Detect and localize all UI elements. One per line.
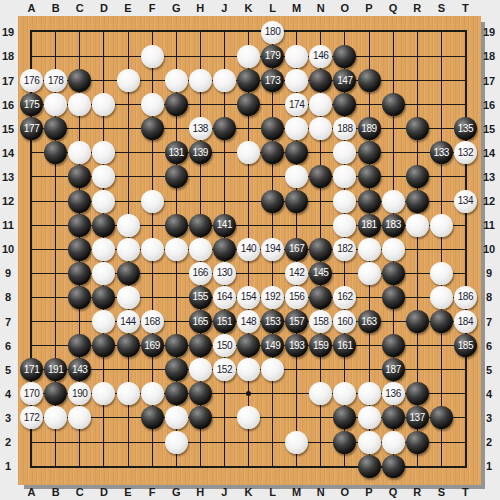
column-label-top-L: L xyxy=(269,2,276,14)
move-number: 148 xyxy=(241,317,257,327)
move-number: 177 xyxy=(24,124,40,134)
move-number: 140 xyxy=(241,244,257,254)
row-label-left-11: 11 xyxy=(2,219,14,231)
move-number: 143 xyxy=(72,365,88,375)
row-label-right-6: 6 xyxy=(486,340,492,352)
row-label-left-13: 13 xyxy=(2,171,14,183)
column-label-bottom-P: P xyxy=(365,486,372,498)
move-number: 194 xyxy=(265,244,281,254)
column-label-top-G: G xyxy=(172,2,181,14)
move-number: 165 xyxy=(193,317,209,327)
row-label-right-7: 7 xyxy=(486,316,492,328)
stone-black-R7[interactable] xyxy=(406,310,429,333)
stone-black-M12[interactable] xyxy=(285,190,308,213)
stone-black-R13[interactable] xyxy=(406,165,429,188)
stone-black-Q5[interactable]: 187 xyxy=(382,358,405,381)
stone-black-Q6[interactable] xyxy=(382,334,405,357)
row-label-right-5: 5 xyxy=(486,364,492,376)
row-label-right-15: 15 xyxy=(483,123,495,135)
move-number: 179 xyxy=(265,51,281,61)
stone-black-P14[interactable] xyxy=(358,141,381,164)
column-label-bottom-D: D xyxy=(100,486,108,498)
row-label-right-13: 13 xyxy=(483,171,495,183)
move-number: 154 xyxy=(241,292,257,302)
stone-black-J15[interactable] xyxy=(213,117,236,140)
stone-black-J11[interactable]: 141 xyxy=(213,214,236,237)
row-label-right-8: 8 xyxy=(486,291,492,303)
move-number: 153 xyxy=(265,317,281,327)
stone-white-J9[interactable]: 130 xyxy=(213,262,236,285)
move-number: 155 xyxy=(193,292,209,302)
stone-white-K8[interactable]: 154 xyxy=(237,286,260,309)
stone-white-D12[interactable] xyxy=(92,190,115,213)
stone-white-K18[interactable] xyxy=(237,45,260,68)
move-number: 150 xyxy=(217,341,233,351)
stone-black-J10[interactable] xyxy=(213,238,236,261)
goban[interactable]: 1801791461761781731471751741771381881891… xyxy=(18,16,481,485)
stone-black-G11[interactable] xyxy=(165,214,188,237)
move-number: 162 xyxy=(337,292,353,302)
stone-white-T12[interactable]: 134 xyxy=(454,190,477,213)
move-number: 136 xyxy=(385,389,401,399)
row-label-left-19: 19 xyxy=(2,26,14,38)
row-label-left-18: 18 xyxy=(2,50,14,62)
stone-white-G3[interactable] xyxy=(165,406,188,429)
stone-white-G17[interactable] xyxy=(165,69,188,92)
row-label-right-17: 17 xyxy=(483,75,495,87)
stone-black-H6[interactable] xyxy=(189,334,212,357)
stone-black-F15[interactable] xyxy=(141,117,164,140)
move-number: 170 xyxy=(24,389,40,399)
column-label-top-A: A xyxy=(28,2,36,14)
move-number: 137 xyxy=(409,413,425,423)
row-label-right-10: 10 xyxy=(483,243,495,255)
stone-white-Q4[interactable]: 136 xyxy=(382,382,405,405)
row-label-right-14: 14 xyxy=(483,147,495,159)
stone-white-T7[interactable]: 184 xyxy=(454,310,477,333)
stone-white-O12[interactable] xyxy=(333,190,356,213)
move-number: 180 xyxy=(265,27,281,37)
move-number: 182 xyxy=(337,244,353,254)
move-number: 166 xyxy=(193,268,209,278)
stone-black-C11[interactable] xyxy=(68,214,91,237)
stone-white-S8[interactable] xyxy=(430,286,453,309)
stone-white-F18[interactable] xyxy=(141,45,164,68)
move-number: 176 xyxy=(24,76,40,86)
stone-black-G14[interactable]: 131 xyxy=(165,141,188,164)
stone-white-L8[interactable]: 192 xyxy=(261,286,284,309)
move-number: 192 xyxy=(265,292,281,302)
stone-white-J6[interactable]: 150 xyxy=(213,334,236,357)
stone-white-P2[interactable] xyxy=(358,431,381,454)
row-label-right-12: 12 xyxy=(483,195,495,207)
stone-white-E8[interactable] xyxy=(117,286,140,309)
stone-white-Q10[interactable] xyxy=(382,238,405,261)
move-number: 132 xyxy=(458,148,474,158)
stone-white-K10[interactable]: 140 xyxy=(237,238,260,261)
column-label-top-R: R xyxy=(413,2,421,14)
row-label-left-4: 4 xyxy=(5,388,11,400)
column-label-bottom-B: B xyxy=(52,486,60,498)
stone-black-F6[interactable]: 169 xyxy=(141,334,164,357)
stone-black-Q16[interactable] xyxy=(382,93,405,116)
column-label-top-P: P xyxy=(365,2,372,14)
stone-white-F4[interactable] xyxy=(141,382,164,405)
row-label-left-15: 15 xyxy=(2,123,14,135)
stone-black-P7[interactable]: 163 xyxy=(358,310,381,333)
row-label-left-1: 1 xyxy=(5,460,11,472)
stone-black-R12[interactable] xyxy=(406,190,429,213)
move-number: 144 xyxy=(120,317,136,327)
column-label-bottom-T: T xyxy=(462,486,469,498)
stone-white-S9[interactable] xyxy=(430,262,453,285)
column-label-top-H: H xyxy=(196,2,204,14)
row-label-left-9: 9 xyxy=(5,267,11,279)
column-label-top-K: K xyxy=(245,2,253,14)
move-number: 161 xyxy=(337,341,353,351)
stone-white-Q2[interactable] xyxy=(382,431,405,454)
stone-white-S11[interactable] xyxy=(430,214,453,237)
move-number: 149 xyxy=(265,341,281,351)
stone-white-T14[interactable]: 132 xyxy=(454,141,477,164)
move-number: 173 xyxy=(265,76,281,86)
row-label-left-5: 5 xyxy=(5,364,11,376)
move-number: 183 xyxy=(385,220,401,230)
move-number: 160 xyxy=(337,317,353,327)
column-label-top-S: S xyxy=(438,2,445,14)
move-number: 135 xyxy=(458,124,474,134)
column-label-bottom-L: L xyxy=(269,486,276,498)
row-label-left-16: 16 xyxy=(2,99,14,111)
column-label-bottom-K: K xyxy=(245,486,253,498)
move-number: 151 xyxy=(217,317,233,327)
row-label-right-4: 4 xyxy=(486,388,492,400)
stone-white-H9[interactable]: 166 xyxy=(189,262,212,285)
move-number: 187 xyxy=(385,365,401,375)
move-number: 134 xyxy=(458,196,474,206)
stone-black-L12[interactable] xyxy=(261,190,284,213)
move-number: 184 xyxy=(458,317,474,327)
column-label-bottom-J: J xyxy=(221,486,227,498)
move-number: 159 xyxy=(313,341,329,351)
stone-white-K7[interactable]: 148 xyxy=(237,310,260,333)
stone-black-R3[interactable]: 137 xyxy=(406,406,429,429)
stone-black-G4[interactable] xyxy=(165,382,188,405)
column-label-bottom-A: A xyxy=(28,486,36,498)
stone-white-E7[interactable]: 144 xyxy=(117,310,140,333)
move-number: 188 xyxy=(337,124,353,134)
row-label-left-3: 3 xyxy=(5,412,11,424)
move-number: 168 xyxy=(144,317,160,327)
row-label-left-10: 10 xyxy=(2,243,14,255)
row-label-right-19: 19 xyxy=(483,26,495,38)
column-label-top-J: J xyxy=(221,2,227,14)
row-label-right-3: 3 xyxy=(486,412,492,424)
stone-white-T8[interactable]: 186 xyxy=(454,286,477,309)
stone-black-D11[interactable] xyxy=(92,214,115,237)
move-number: 191 xyxy=(48,365,64,375)
stone-white-J5[interactable]: 152 xyxy=(213,358,236,381)
column-label-bottom-M: M xyxy=(292,486,301,498)
stone-black-H4[interactable] xyxy=(189,382,212,405)
stone-black-E9[interactable] xyxy=(117,262,140,285)
stone-black-L7[interactable]: 153 xyxy=(261,310,284,333)
stone-black-G13[interactable] xyxy=(165,165,188,188)
stone-black-Q9[interactable] xyxy=(382,262,405,285)
stone-black-P12[interactable] xyxy=(358,190,381,213)
move-number: 169 xyxy=(144,341,160,351)
stone-white-P3[interactable] xyxy=(358,406,381,429)
stone-black-N10[interactable] xyxy=(309,238,332,261)
stone-white-L10[interactable]: 194 xyxy=(261,238,284,261)
column-label-bottom-R: R xyxy=(413,486,421,498)
move-number: 181 xyxy=(361,220,377,230)
stone-white-P9[interactable] xyxy=(358,262,381,285)
stone-black-L17[interactable]: 173 xyxy=(261,69,284,92)
stone-white-E17[interactable] xyxy=(117,69,140,92)
stone-white-F10[interactable] xyxy=(141,238,164,261)
column-label-bottom-H: H xyxy=(196,486,204,498)
column-label-bottom-F: F xyxy=(149,486,156,498)
stone-black-R15[interactable] xyxy=(406,117,429,140)
column-label-top-M: M xyxy=(292,2,301,14)
column-label-bottom-G: G xyxy=(172,486,181,498)
row-label-left-14: 14 xyxy=(2,147,14,159)
column-label-bottom-N: N xyxy=(317,486,325,498)
row-label-left-8: 8 xyxy=(5,291,11,303)
stone-white-H15[interactable]: 138 xyxy=(189,117,212,140)
move-number: 174 xyxy=(289,100,305,110)
stone-white-J8[interactable]: 164 xyxy=(213,286,236,309)
stone-black-J7[interactable]: 151 xyxy=(213,310,236,333)
stone-black-C9[interactable] xyxy=(68,262,91,285)
column-label-top-D: D xyxy=(100,2,108,14)
stone-white-G2[interactable] xyxy=(165,431,188,454)
move-number: 186 xyxy=(458,292,474,302)
row-label-right-2: 2 xyxy=(486,436,492,448)
grid-line-vertical xyxy=(441,32,442,466)
row-label-right-1: 1 xyxy=(486,460,492,472)
move-number: 185 xyxy=(458,341,474,351)
column-label-bottom-Q: Q xyxy=(389,486,398,498)
move-number: 130 xyxy=(217,268,233,278)
column-label-top-T: T xyxy=(462,2,469,14)
move-number: 152 xyxy=(217,365,233,375)
column-label-bottom-O: O xyxy=(341,486,350,498)
move-number: 141 xyxy=(217,220,233,230)
column-label-bottom-S: S xyxy=(438,486,445,498)
column-label-top-E: E xyxy=(124,2,131,14)
row-label-right-9: 9 xyxy=(486,267,492,279)
column-label-top-C: C xyxy=(76,2,84,14)
row-label-left-17: 17 xyxy=(2,75,14,87)
move-number: 189 xyxy=(361,124,377,134)
stone-white-H10[interactable] xyxy=(189,238,212,261)
row-label-right-11: 11 xyxy=(483,219,495,231)
stone-black-S14[interactable]: 133 xyxy=(430,141,453,164)
stone-black-F3[interactable] xyxy=(141,406,164,429)
stone-black-N9[interactable]: 145 xyxy=(309,262,332,285)
move-number: 147 xyxy=(337,76,353,86)
stone-black-Q8[interactable] xyxy=(382,286,405,309)
stone-white-O11[interactable] xyxy=(333,214,356,237)
move-number: 156 xyxy=(289,292,305,302)
row-label-right-18: 18 xyxy=(483,50,495,62)
stone-white-L19[interactable]: 180 xyxy=(261,21,284,44)
move-number: 163 xyxy=(361,317,377,327)
stone-white-D10[interactable] xyxy=(92,238,115,261)
row-label-right-16: 16 xyxy=(483,99,495,111)
stone-white-E4[interactable] xyxy=(117,382,140,405)
stone-black-Q3[interactable] xyxy=(382,406,405,429)
stone-black-K6[interactable] xyxy=(237,334,260,357)
stone-white-Q12[interactable] xyxy=(382,190,405,213)
column-label-bottom-C: C xyxy=(76,486,84,498)
column-label-top-F: F xyxy=(149,2,156,14)
move-number: 175 xyxy=(24,100,40,110)
stone-white-M18[interactable] xyxy=(285,45,308,68)
stone-black-H8[interactable]: 155 xyxy=(189,286,212,309)
column-label-top-B: B xyxy=(52,2,60,14)
stone-black-E6[interactable] xyxy=(117,334,140,357)
move-number: 146 xyxy=(313,51,329,61)
stone-white-M2[interactable] xyxy=(285,431,308,454)
stone-black-P1[interactable] xyxy=(358,455,381,478)
stone-white-A17[interactable]: 176 xyxy=(20,69,43,92)
move-number: 142 xyxy=(289,268,305,278)
stone-black-H7[interactable]: 165 xyxy=(189,310,212,333)
stone-black-C12[interactable] xyxy=(68,190,91,213)
column-label-top-Q: Q xyxy=(389,2,398,14)
stone-black-L18[interactable]: 179 xyxy=(261,45,284,68)
stone-black-R2[interactable] xyxy=(406,431,429,454)
stone-black-M10[interactable]: 167 xyxy=(285,238,308,261)
move-number: 172 xyxy=(24,413,40,423)
stone-white-G10[interactable] xyxy=(165,238,188,261)
stone-black-H11[interactable] xyxy=(189,214,212,237)
column-label-bottom-E: E xyxy=(124,486,131,498)
row-label-left-2: 2 xyxy=(5,436,11,448)
stone-black-P15[interactable]: 189 xyxy=(358,117,381,140)
stone-black-P11[interactable]: 181 xyxy=(358,214,381,237)
stone-white-F12[interactable] xyxy=(141,190,164,213)
stone-black-O2[interactable] xyxy=(333,431,356,454)
stone-black-G5[interactable] xyxy=(165,358,188,381)
move-number: 133 xyxy=(434,148,450,158)
stone-black-P17[interactable] xyxy=(358,69,381,92)
move-number: 193 xyxy=(289,341,305,351)
column-label-top-O: O xyxy=(341,2,350,14)
stone-black-T6[interactable]: 185 xyxy=(454,334,477,357)
stone-black-H14[interactable]: 139 xyxy=(189,141,212,164)
stone-black-K16[interactable] xyxy=(237,93,260,116)
stone-white-M8[interactable]: 156 xyxy=(285,286,308,309)
move-number: 139 xyxy=(193,148,209,158)
stone-black-T15[interactable]: 135 xyxy=(454,117,477,140)
move-number: 131 xyxy=(168,148,184,158)
stone-white-F16[interactable] xyxy=(141,93,164,116)
row-label-left-12: 12 xyxy=(2,195,14,207)
move-number: 178 xyxy=(48,76,64,86)
stone-black-K17[interactable] xyxy=(237,69,260,92)
stone-black-G16[interactable] xyxy=(165,93,188,116)
stone-black-G6[interactable] xyxy=(165,334,188,357)
stone-black-S7[interactable] xyxy=(430,310,453,333)
stone-black-Q1[interactable] xyxy=(382,455,405,478)
move-number: 164 xyxy=(217,292,233,302)
row-label-left-6: 6 xyxy=(5,340,11,352)
stone-white-E11[interactable] xyxy=(117,214,140,237)
stone-white-M9[interactable]: 142 xyxy=(285,262,308,285)
stone-white-E10[interactable] xyxy=(117,238,140,261)
stone-white-R11[interactable] xyxy=(406,214,429,237)
move-number: 171 xyxy=(24,365,40,375)
move-number: 157 xyxy=(289,317,305,327)
stone-white-H5[interactable] xyxy=(189,358,212,381)
move-number: 190 xyxy=(72,389,88,399)
stone-white-O10[interactable]: 182 xyxy=(333,238,356,261)
stone-white-P10[interactable] xyxy=(358,238,381,261)
stone-white-J17[interactable] xyxy=(213,69,236,92)
stone-white-F7[interactable]: 168 xyxy=(141,310,164,333)
move-number: 167 xyxy=(289,244,305,254)
column-label-top-N: N xyxy=(317,2,325,14)
move-number: 145 xyxy=(313,268,329,278)
stone-white-H17[interactable] xyxy=(189,69,212,92)
row-label-left-7: 7 xyxy=(5,316,11,328)
stone-black-Q11[interactable]: 183 xyxy=(382,214,405,237)
stone-black-P13[interactable] xyxy=(358,165,381,188)
stone-black-C10[interactable] xyxy=(68,238,91,261)
move-number: 158 xyxy=(313,317,329,327)
stone-white-P4[interactable] xyxy=(358,382,381,405)
go-game-screenshot: 1801791461761781731471751741771381881891… xyxy=(0,0,500,500)
stone-black-R4[interactable] xyxy=(406,382,429,405)
move-number: 138 xyxy=(193,124,209,134)
